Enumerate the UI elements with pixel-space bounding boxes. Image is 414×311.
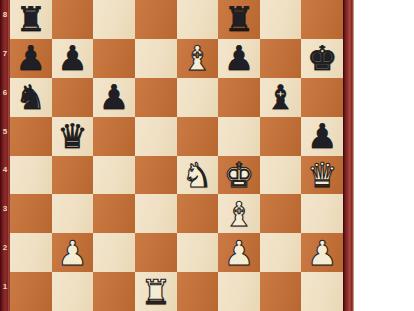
square-b8[interactable] xyxy=(52,0,94,39)
rank-label-6: 6 xyxy=(0,73,10,112)
chess-board[interactable]: ♜♜♟♟♝♟♚♞♟♝♛♟♞♚♛♝♟♟♟♜ xyxy=(10,0,343,311)
square-e7[interactable]: ♝ xyxy=(177,39,219,78)
square-c7[interactable] xyxy=(93,39,135,78)
square-g6[interactable]: ♝ xyxy=(260,78,302,117)
square-c1[interactable] xyxy=(93,272,135,311)
rank-label-strip: 87654321 xyxy=(0,0,10,311)
square-c3[interactable] xyxy=(93,194,135,233)
square-a6[interactable]: ♞ xyxy=(10,78,52,117)
square-d8[interactable] xyxy=(135,0,177,39)
square-f6[interactable] xyxy=(218,78,260,117)
piece-black-pawn-h5[interactable]: ♟ xyxy=(307,117,337,155)
board-left-frame: 87654321 xyxy=(0,0,10,311)
piece-white-queen-h4[interactable]: ♛ xyxy=(307,156,337,194)
piece-white-pawn-b2[interactable]: ♟ xyxy=(57,234,87,272)
square-a3[interactable] xyxy=(10,194,52,233)
square-c5[interactable] xyxy=(93,117,135,156)
square-h5[interactable]: ♟ xyxy=(301,117,343,156)
square-g3[interactable] xyxy=(260,194,302,233)
rank-label-2: 2 xyxy=(0,228,10,267)
square-c4[interactable] xyxy=(93,156,135,195)
piece-black-pawn-f7[interactable]: ♟ xyxy=(224,39,254,77)
square-b5[interactable]: ♛ xyxy=(52,117,94,156)
square-e4[interactable]: ♞ xyxy=(177,156,219,195)
piece-white-knight-e4[interactable]: ♞ xyxy=(182,156,212,194)
rank-label-5: 5 xyxy=(0,112,10,151)
square-d2[interactable] xyxy=(135,233,177,272)
square-h3[interactable] xyxy=(301,194,343,233)
rank-label-8: 8 xyxy=(0,0,10,34)
square-h2[interactable]: ♟ xyxy=(301,233,343,272)
square-h8[interactable] xyxy=(301,0,343,39)
piece-black-bishop-g6[interactable]: ♝ xyxy=(265,78,295,116)
square-f7[interactable]: ♟ xyxy=(218,39,260,78)
square-g2[interactable] xyxy=(260,233,302,272)
square-d7[interactable] xyxy=(135,39,177,78)
piece-white-pawn-h2[interactable]: ♟ xyxy=(307,234,337,272)
square-f2[interactable]: ♟ xyxy=(218,233,260,272)
square-f4[interactable]: ♚ xyxy=(218,156,260,195)
piece-black-pawn-a7[interactable]: ♟ xyxy=(16,39,46,77)
piece-black-rook-f8[interactable]: ♜ xyxy=(224,0,254,38)
chess-screenshot-root: 87654321 ♜♜♟♟♝♟♚♞♟♝♛♟♞♚♛♝♟♟♟♜ xyxy=(0,0,414,311)
square-f1[interactable] xyxy=(218,272,260,311)
piece-black-rook-a8[interactable]: ♜ xyxy=(16,0,46,38)
square-h1[interactable] xyxy=(301,272,343,311)
square-a7[interactable]: ♟ xyxy=(10,39,52,78)
square-f5[interactable] xyxy=(218,117,260,156)
square-f8[interactable]: ♜ xyxy=(218,0,260,39)
rank-label-1: 1 xyxy=(0,267,10,306)
square-e6[interactable] xyxy=(177,78,219,117)
square-e5[interactable] xyxy=(177,117,219,156)
square-d5[interactable] xyxy=(135,117,177,156)
square-f3[interactable]: ♝ xyxy=(218,194,260,233)
square-b1[interactable] xyxy=(52,272,94,311)
square-g7[interactable] xyxy=(260,39,302,78)
square-d4[interactable] xyxy=(135,156,177,195)
square-g4[interactable] xyxy=(260,156,302,195)
rank-label-4: 4 xyxy=(0,151,10,190)
square-b4[interactable] xyxy=(52,156,94,195)
square-g5[interactable] xyxy=(260,117,302,156)
square-h4[interactable]: ♛ xyxy=(301,156,343,195)
square-d6[interactable] xyxy=(135,78,177,117)
square-c8[interactable] xyxy=(93,0,135,39)
square-g8[interactable] xyxy=(260,0,302,39)
square-e3[interactable] xyxy=(177,194,219,233)
piece-white-king-f4[interactable]: ♚ xyxy=(224,156,254,194)
square-h6[interactable] xyxy=(301,78,343,117)
square-c2[interactable] xyxy=(93,233,135,272)
square-c6[interactable]: ♟ xyxy=(93,78,135,117)
square-a4[interactable] xyxy=(10,156,52,195)
square-a2[interactable] xyxy=(10,233,52,272)
square-d1[interactable]: ♜ xyxy=(135,272,177,311)
piece-white-bishop-e7[interactable]: ♝ xyxy=(182,39,212,77)
piece-black-pawn-b7[interactable]: ♟ xyxy=(57,39,87,77)
square-h7[interactable]: ♚ xyxy=(301,39,343,78)
piece-black-king-h7[interactable]: ♚ xyxy=(307,39,337,77)
square-d3[interactable] xyxy=(135,194,177,233)
square-b6[interactable] xyxy=(52,78,94,117)
piece-black-knight-a6[interactable]: ♞ xyxy=(16,78,46,116)
square-g1[interactable] xyxy=(260,272,302,311)
piece-black-pawn-c6[interactable]: ♟ xyxy=(99,78,129,116)
square-a8[interactable]: ♜ xyxy=(10,0,52,39)
piece-white-pawn-f2[interactable]: ♟ xyxy=(224,234,254,272)
piece-white-rook-d1[interactable]: ♜ xyxy=(140,273,170,311)
square-e2[interactable] xyxy=(177,233,219,272)
square-a1[interactable] xyxy=(10,272,52,311)
rank-label-3: 3 xyxy=(0,189,10,228)
board-right-frame xyxy=(343,0,354,311)
square-e8[interactable] xyxy=(177,0,219,39)
rank-label-7: 7 xyxy=(0,34,10,73)
square-b2[interactable]: ♟ xyxy=(52,233,94,272)
square-a5[interactable] xyxy=(10,117,52,156)
piece-white-bishop-f3[interactable]: ♝ xyxy=(224,195,254,233)
square-e1[interactable] xyxy=(177,272,219,311)
piece-black-queen-b5[interactable]: ♛ xyxy=(57,117,87,155)
square-b3[interactable] xyxy=(52,194,94,233)
square-b7[interactable]: ♟ xyxy=(52,39,94,78)
